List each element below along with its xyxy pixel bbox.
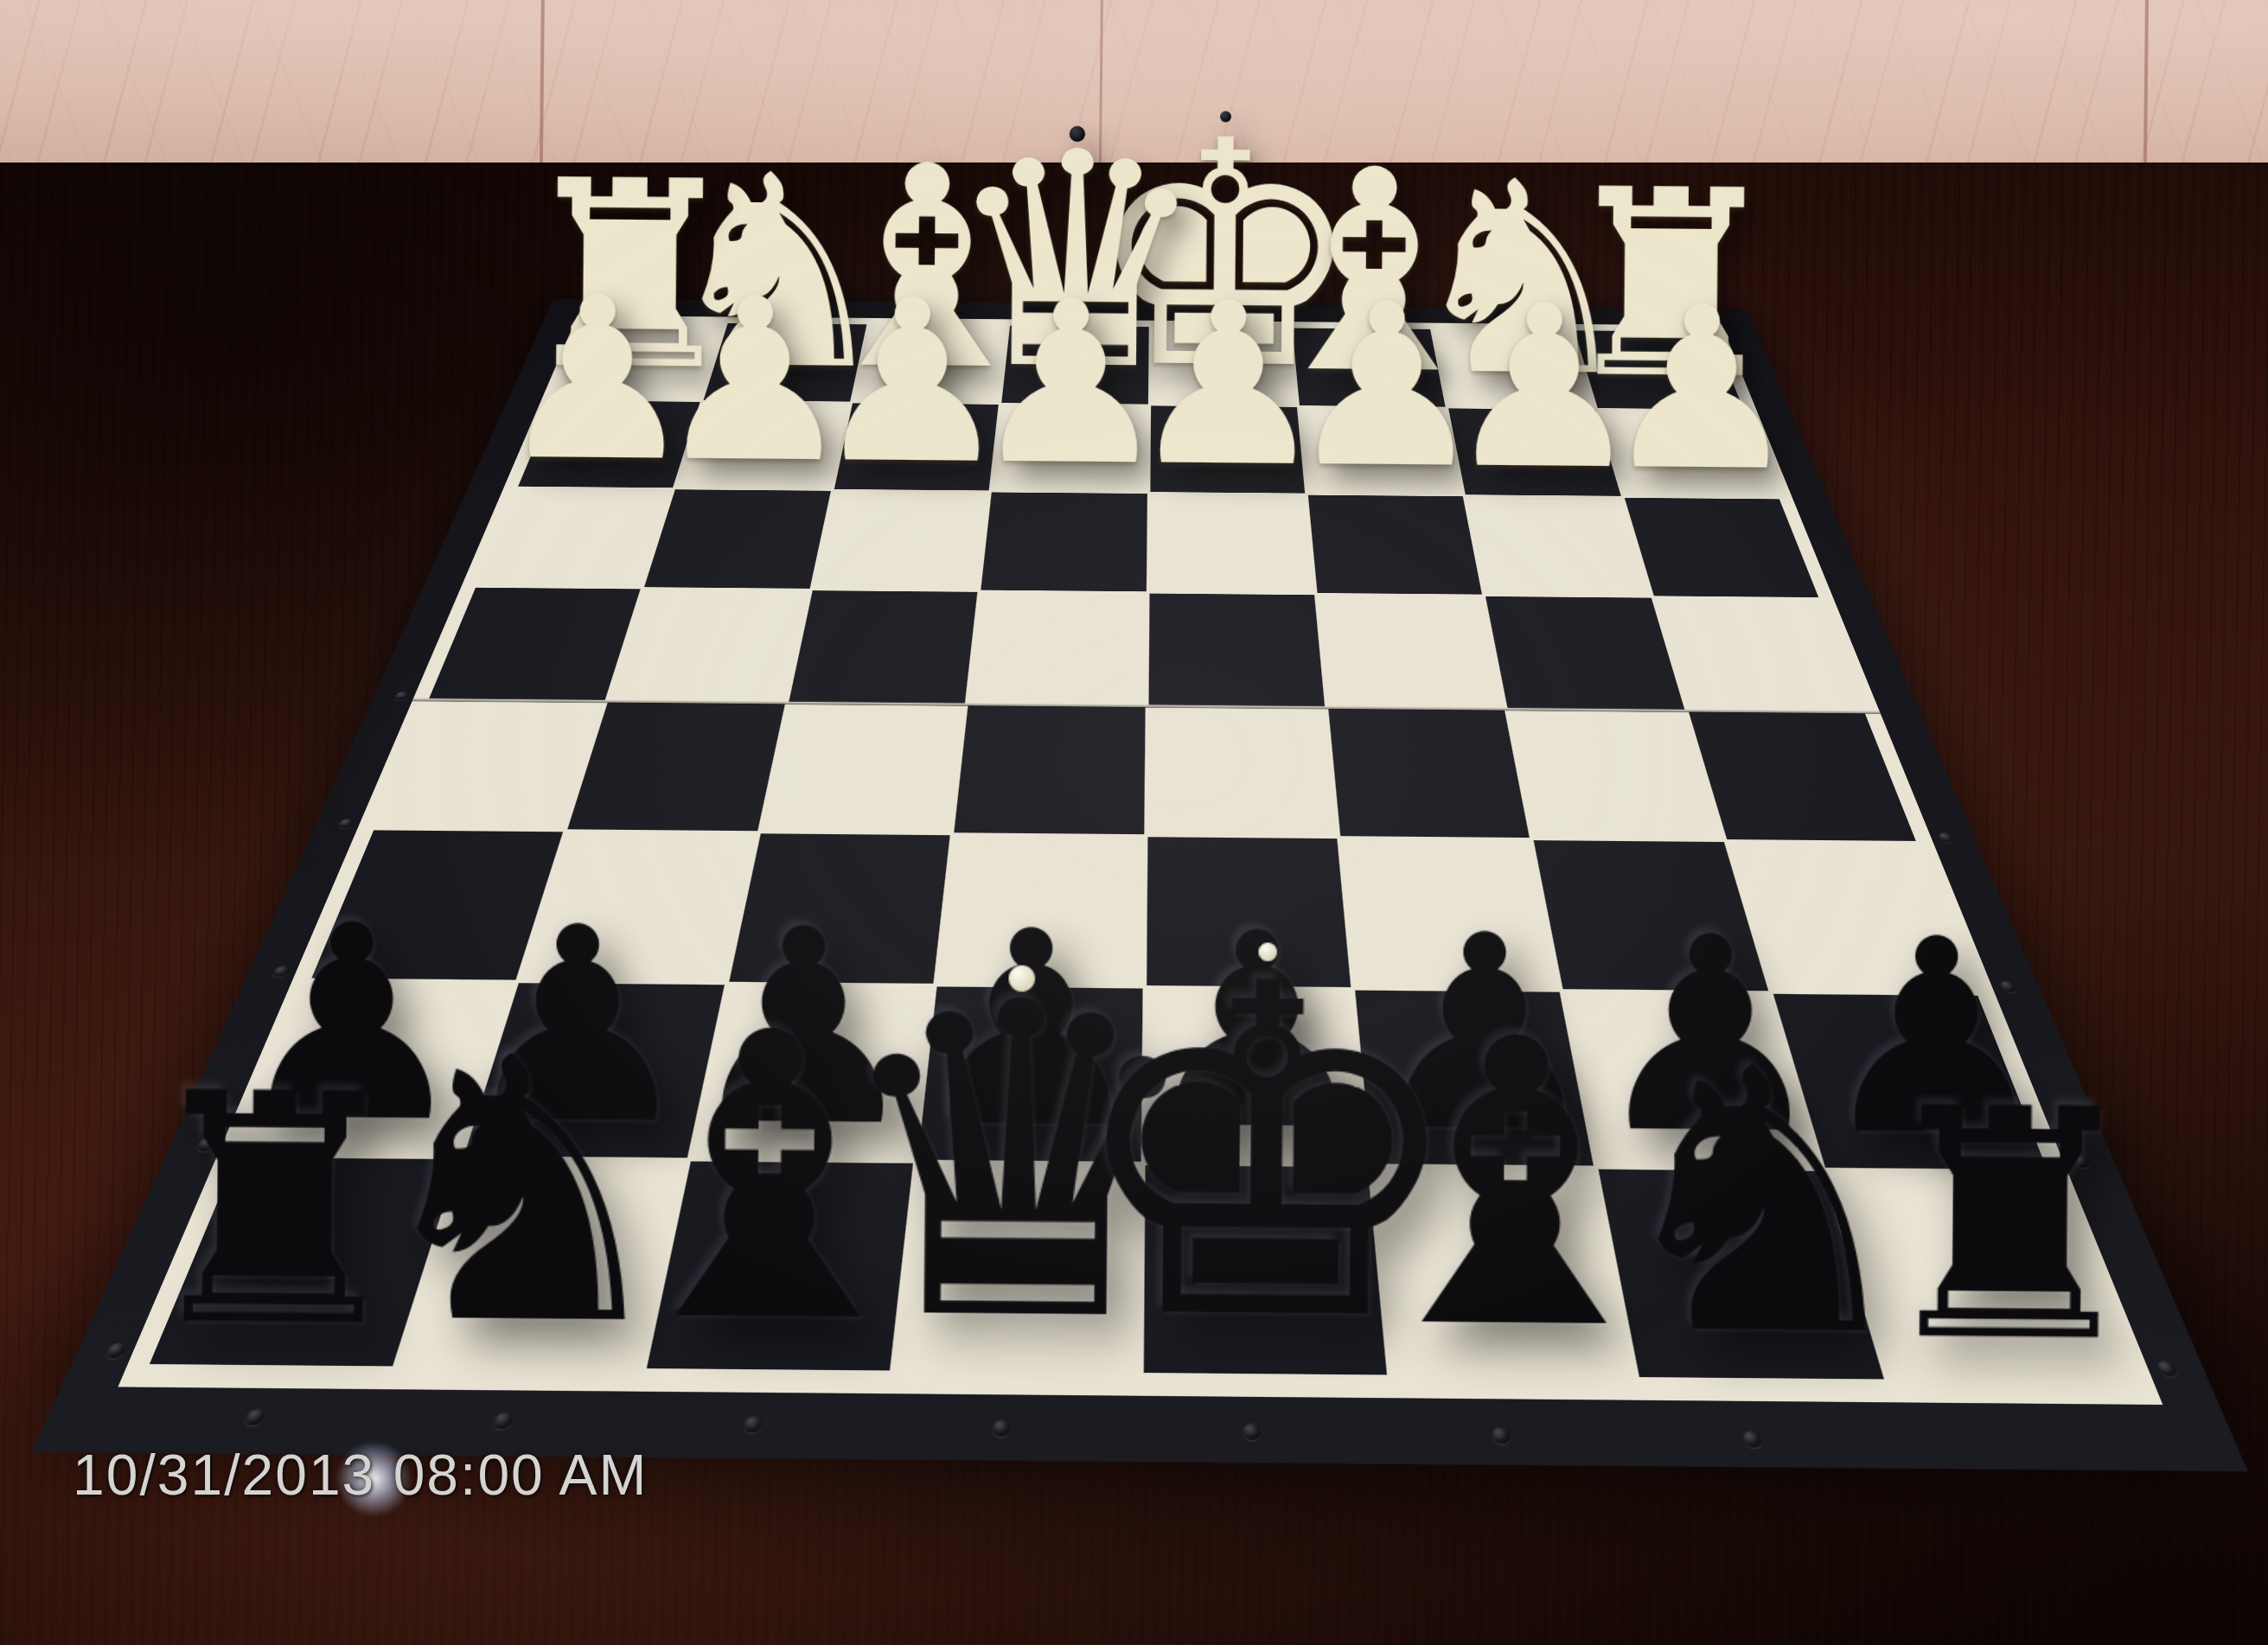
cell-g3 — [645, 489, 831, 588]
cell-f3 — [813, 491, 989, 590]
border-rivet — [1243, 1424, 1262, 1440]
piece-white-pawn-a2: ♟ — [1600, 282, 1804, 497]
cell-a2: ♟ — [1598, 410, 1779, 498]
cell-d2: ♟ — [1150, 405, 1305, 494]
border-rivet — [243, 1409, 266, 1425]
cell-c3 — [1308, 495, 1483, 595]
border-rivet — [2156, 1361, 2179, 1376]
cell-b8: ♞ — [1599, 1170, 1883, 1380]
border-rivet — [104, 1342, 127, 1358]
border-rivet — [1492, 1427, 1511, 1444]
cell-g4 — [609, 589, 809, 701]
border-rivet — [993, 1419, 1011, 1436]
piece-black-bishop-f8: ♝ — [591, 991, 949, 1368]
cell-f5 — [761, 704, 965, 832]
cell-c8: ♝ — [1371, 1168, 1635, 1377]
border-rivet — [492, 1412, 514, 1429]
cell-d4 — [1148, 593, 1325, 705]
cell-e5 — [954, 705, 1145, 834]
black-king-finial — [1259, 942, 1278, 961]
white-king-finial — [1220, 112, 1231, 123]
white-queen-finial — [1070, 126, 1085, 142]
cell-d5 — [1147, 707, 1337, 837]
camera-timestamp: 10/31/2013 08:00 AM — [73, 1442, 648, 1508]
cell-e3 — [981, 493, 1147, 592]
border-rivet — [393, 692, 409, 700]
border-rivet — [337, 819, 355, 828]
cell-e4 — [968, 592, 1146, 705]
piece-black-knight-b8: ♞ — [1598, 1029, 1926, 1377]
cell-c2: ♟ — [1300, 407, 1463, 495]
border-rivet — [1741, 1431, 1763, 1447]
border-rivet — [1938, 832, 1955, 842]
cell-b3 — [1466, 496, 1651, 596]
border-rivet — [743, 1416, 763, 1432]
cell-e2: ♟ — [992, 405, 1147, 493]
cell-c5 — [1328, 708, 1530, 838]
black-queen-finial — [1007, 966, 1034, 992]
cell-d3 — [1149, 494, 1314, 593]
photo-stage: ♜♞♝♛♚♝♞♜♟♟♟♟♟♟♟♟♟♟♟♟♟♟♟♟♜♞♝♛♚♝♞♜ 10/31/2… — [0, 0, 2268, 1645]
cell-g5 — [568, 702, 785, 831]
cell-f4 — [789, 590, 977, 703]
cell-b5 — [1508, 710, 1722, 839]
cell-b4 — [1485, 596, 1683, 710]
cell-b2: ♟ — [1448, 408, 1620, 496]
cell-f8: ♝ — [646, 1162, 913, 1371]
